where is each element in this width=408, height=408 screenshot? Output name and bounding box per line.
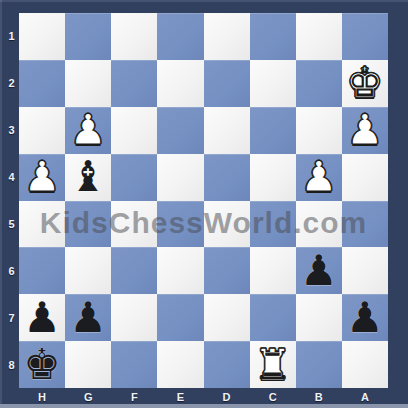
rank-label-7: 7: [0, 294, 19, 341]
square-b1[interactable]: [296, 13, 342, 60]
rank-labels: 12345678: [0, 13, 19, 388]
piece-bK-h8[interactable]: ♚: [23, 342, 61, 388]
piece-wP-h4[interactable]: ♟: [23, 154, 61, 200]
square-a3[interactable]: ♟: [342, 107, 388, 154]
square-g3[interactable]: ♟: [65, 107, 111, 154]
square-c2[interactable]: [250, 60, 296, 107]
rank-label-3: 3: [0, 107, 19, 154]
square-a8[interactable]: [342, 341, 388, 388]
square-d1[interactable]: [204, 13, 250, 60]
square-h8[interactable]: ♚: [19, 341, 65, 388]
square-b6[interactable]: ♟: [296, 247, 342, 294]
rank-label-2: 2: [0, 60, 19, 107]
piece-bP-a7[interactable]: ♟: [346, 295, 384, 341]
rank-label-1: 1: [0, 13, 19, 60]
piece-wK-a2[interactable]: ♚: [346, 60, 384, 106]
square-e6[interactable]: [157, 247, 203, 294]
square-a7[interactable]: ♟: [342, 294, 388, 341]
file-label-C: C: [250, 388, 296, 405]
square-h7[interactable]: ♟: [19, 294, 65, 341]
piece-wP-b4[interactable]: ♟: [300, 154, 338, 200]
square-h4[interactable]: ♟: [19, 154, 65, 201]
file-label-F: F: [111, 388, 157, 405]
square-c1[interactable]: [250, 13, 296, 60]
square-f6[interactable]: [111, 247, 157, 294]
square-a6[interactable]: [342, 247, 388, 294]
piece-bB-g4[interactable]: ♝: [69, 154, 107, 200]
square-e7[interactable]: [157, 294, 203, 341]
chess-board: ♚♟♟♟♝♟♟♟♟♟♚♜: [19, 13, 388, 388]
piece-wR-c8[interactable]: ♜: [254, 342, 292, 388]
file-label-G: G: [65, 388, 111, 405]
piece-bP-b6[interactable]: ♟: [300, 248, 338, 294]
square-g1[interactable]: [65, 13, 111, 60]
file-labels: HGFEDCBA: [19, 388, 388, 405]
square-b2[interactable]: [296, 60, 342, 107]
rank-label-8: 8: [0, 341, 19, 388]
square-b3[interactable]: [296, 107, 342, 154]
square-c8[interactable]: ♜: [250, 341, 296, 388]
square-d8[interactable]: [204, 341, 250, 388]
bottom-edge-highlight: [0, 404, 408, 408]
square-h1[interactable]: [19, 13, 65, 60]
square-g4[interactable]: ♝: [65, 154, 111, 201]
square-c7[interactable]: [250, 294, 296, 341]
square-d7[interactable]: [204, 294, 250, 341]
square-b4[interactable]: ♟: [296, 154, 342, 201]
square-d6[interactable]: [204, 247, 250, 294]
square-d4[interactable]: [204, 154, 250, 201]
file-label-E: E: [157, 388, 203, 405]
square-b8[interactable]: [296, 341, 342, 388]
square-h6[interactable]: [19, 247, 65, 294]
chess-diagram: 12345678 ♚♟♟♟♝♟♟♟♟♟♚♜ HGFEDCBA KidsChess…: [0, 0, 408, 408]
square-d2[interactable]: [204, 60, 250, 107]
file-label-A: A: [342, 388, 388, 405]
rank-label-4: 4: [0, 154, 19, 201]
square-f8[interactable]: [111, 341, 157, 388]
rank-label-6: 6: [0, 247, 19, 294]
piece-bP-g7[interactable]: ♟: [69, 295, 107, 341]
piece-wP-g3[interactable]: ♟: [69, 107, 107, 153]
square-e3[interactable]: [157, 107, 203, 154]
square-h2[interactable]: [19, 60, 65, 107]
square-f2[interactable]: [111, 60, 157, 107]
piece-bP-h7[interactable]: ♟: [23, 295, 61, 341]
square-e1[interactable]: [157, 13, 203, 60]
square-c3[interactable]: [250, 107, 296, 154]
square-g7[interactable]: ♟: [65, 294, 111, 341]
square-a4[interactable]: [342, 154, 388, 201]
file-label-H: H: [19, 388, 65, 405]
watermark-text: KidsChessWorld.com: [19, 206, 388, 240]
square-g8[interactable]: [65, 341, 111, 388]
square-e2[interactable]: [157, 60, 203, 107]
square-b7[interactable]: [296, 294, 342, 341]
square-c6[interactable]: [250, 247, 296, 294]
file-label-B: B: [296, 388, 342, 405]
square-f1[interactable]: [111, 13, 157, 60]
square-g2[interactable]: [65, 60, 111, 107]
square-h3[interactable]: [19, 107, 65, 154]
square-e8[interactable]: [157, 341, 203, 388]
square-f4[interactable]: [111, 154, 157, 201]
rank-label-5: 5: [0, 201, 19, 248]
square-a1[interactable]: [342, 13, 388, 60]
square-d3[interactable]: [204, 107, 250, 154]
square-e4[interactable]: [157, 154, 203, 201]
square-a2[interactable]: ♚: [342, 60, 388, 107]
file-label-D: D: [204, 388, 250, 405]
square-g6[interactable]: [65, 247, 111, 294]
square-c4[interactable]: [250, 154, 296, 201]
square-f3[interactable]: [111, 107, 157, 154]
piece-wP-a3[interactable]: ♟: [346, 107, 384, 153]
square-f7[interactable]: [111, 294, 157, 341]
